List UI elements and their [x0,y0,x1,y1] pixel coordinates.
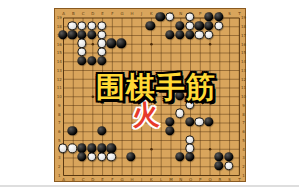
coord-label: 6 [58,129,61,134]
coord-label: 11 [57,85,63,90]
coord-label: B [72,177,75,182]
coord-label: P [199,177,202,182]
coord-label: H [130,177,133,182]
coord-label: J [140,177,142,182]
coord-label: 19 [57,15,63,20]
coord-label: 12 [57,77,63,82]
coord-label: D [91,11,94,16]
coord-label: L [160,177,163,182]
coord-label: 9 [242,103,245,108]
coord-label: 15 [57,50,63,55]
coord-label: N [179,177,182,182]
coord-label: 14 [57,59,63,64]
coord-label: O [189,177,192,182]
coord-label: N [179,11,182,16]
hoshi-point [150,148,153,151]
coord-label: Q [208,177,211,182]
coord-label: K [150,11,153,16]
coord-label: R [218,177,221,182]
coord-label: 16 [241,42,247,47]
coord-label: 18 [241,24,247,29]
video-frame: AABBCCDDEEFFGGHHJJKKLLMMNNOOPPQQRRSSTT19… [0,0,299,190]
coord-label: C [82,11,85,16]
coord-label: 16 [57,42,63,47]
coord-label: 13 [57,68,63,73]
coord-label: P [199,11,202,16]
coord-label: 18 [57,24,63,29]
coord-label: 3 [58,155,61,160]
coord-label: S [228,177,231,182]
hoshi-point [209,148,212,151]
title-overlay-text: 围棋手筋 [88,72,224,103]
coord-label: H [130,11,133,16]
coord-label: 17 [241,33,247,38]
coord-label: 14 [241,59,247,64]
coord-label: 11 [241,85,247,90]
coord-label: F [111,11,114,16]
coord-label: M [169,177,173,182]
coord-label: 1 [58,173,61,178]
coord-label: 4 [242,147,245,152]
hoshi-point [92,43,95,46]
coord-label: C [82,177,85,182]
coord-label: S [228,11,231,16]
coord-label: 5 [58,138,61,143]
coord-label: E [101,177,104,182]
hoshi-point [209,43,212,46]
coord-label: 9 [58,103,61,108]
coord-label: B [72,11,75,16]
coord-label: 10 [57,94,63,99]
coord-label: D [91,177,94,182]
coord-label: T [237,177,241,182]
coord-label: 10 [241,94,247,99]
coord-label: J [140,11,142,16]
coord-label: 2 [242,164,245,169]
hoshi-point [150,43,153,46]
coord-label: 8 [242,112,245,117]
coord-label: 3 [242,155,245,160]
coord-label: 1 [242,173,245,178]
coord-label: 6 [242,129,245,134]
coord-label: 2 [58,164,61,169]
bottom-divider [0,185,299,187]
coord-label: 7 [242,120,245,125]
coord-label: F [111,177,114,182]
coord-label: G [121,177,124,182]
coord-label: K [150,177,153,182]
coord-label: 7 [58,120,61,125]
coord-label: 5 [242,138,245,143]
coord-label: E [101,11,104,16]
coord-label: 8 [58,112,61,117]
coord-label: 19 [241,15,247,20]
coord-label: G [121,11,124,16]
coord-label: A [62,11,65,16]
coord-label: A [62,177,65,182]
coord-label: 15 [241,50,247,55]
coord-label: 13 [241,68,247,73]
coord-label: 12 [241,77,247,82]
